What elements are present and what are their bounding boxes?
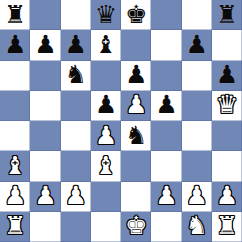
square-b2[interactable]: ♟ <box>30 182 60 212</box>
square-a4[interactable] <box>0 121 30 151</box>
square-a1[interactable]: ♜ <box>0 212 30 242</box>
square-b5[interactable] <box>30 91 60 121</box>
black-pawn[interactable]: ♟ <box>155 92 177 117</box>
white-rook[interactable]: ♜ <box>216 213 238 238</box>
square-d4[interactable]: ♟ <box>91 121 121 151</box>
square-f3[interactable] <box>151 151 181 181</box>
black-king[interactable]: ♚ <box>125 2 147 27</box>
square-c6[interactable]: ♞ <box>61 61 91 91</box>
square-f1[interactable] <box>151 212 181 242</box>
square-b3[interactable] <box>30 151 60 181</box>
square-g4[interactable] <box>182 121 212 151</box>
white-pawn[interactable]: ♟ <box>216 183 238 208</box>
square-d2[interactable] <box>91 182 121 212</box>
square-c1[interactable] <box>61 212 91 242</box>
square-e3[interactable] <box>121 151 151 181</box>
black-pawn[interactable]: ♟ <box>125 62 147 87</box>
square-h6[interactable]: ♟ <box>212 61 242 91</box>
square-e5[interactable]: ♟ <box>121 91 151 121</box>
square-e1[interactable]: ♚ <box>121 212 151 242</box>
white-pawn[interactable]: ♟ <box>64 183 86 208</box>
square-b7[interactable]: ♟ <box>30 30 60 60</box>
black-knight[interactable]: ♞ <box>125 123 147 148</box>
square-c3[interactable] <box>61 151 91 181</box>
white-rook[interactable]: ♜ <box>4 213 26 238</box>
white-queen[interactable]: ♛ <box>216 92 238 117</box>
square-g1[interactable]: ♞ <box>182 212 212 242</box>
black-pawn[interactable]: ♟ <box>34 32 56 57</box>
square-g6[interactable] <box>182 61 212 91</box>
black-pawn[interactable]: ♟ <box>185 32 207 57</box>
square-d6[interactable] <box>91 61 121 91</box>
chess-board: ♜♛♚♜♟♟♟♝♟♞♟♟♟♟♟♛♟♞♝♝♟♟♟♟♟♟♜♚♞♜ <box>0 0 242 242</box>
square-f6[interactable] <box>151 61 181 91</box>
white-bishop[interactable]: ♝ <box>4 153 26 178</box>
square-f4[interactable] <box>151 121 181 151</box>
square-f2[interactable]: ♟ <box>151 182 181 212</box>
black-pawn[interactable]: ♟ <box>64 32 86 57</box>
white-pawn[interactable]: ♟ <box>34 183 56 208</box>
white-knight[interactable]: ♞ <box>185 213 207 238</box>
square-h4[interactable] <box>212 121 242 151</box>
black-rook[interactable]: ♜ <box>216 2 238 27</box>
white-pawn[interactable]: ♟ <box>95 123 117 148</box>
white-bishop[interactable]: ♝ <box>95 153 117 178</box>
square-c4[interactable] <box>61 121 91 151</box>
square-d5[interactable]: ♟ <box>91 91 121 121</box>
square-e8[interactable]: ♚ <box>121 0 151 30</box>
square-e6[interactable]: ♟ <box>121 61 151 91</box>
square-d8[interactable]: ♛ <box>91 0 121 30</box>
square-e4[interactable]: ♞ <box>121 121 151 151</box>
square-a5[interactable] <box>0 91 30 121</box>
black-knight[interactable]: ♞ <box>64 62 86 87</box>
square-b4[interactable] <box>30 121 60 151</box>
white-pawn[interactable]: ♟ <box>125 92 147 117</box>
square-g7[interactable]: ♟ <box>182 30 212 60</box>
square-h3[interactable] <box>212 151 242 181</box>
square-e7[interactable] <box>121 30 151 60</box>
square-e2[interactable] <box>121 182 151 212</box>
black-rook[interactable]: ♜ <box>4 2 26 27</box>
square-c8[interactable] <box>61 0 91 30</box>
white-pawn[interactable]: ♟ <box>155 183 177 208</box>
square-h7[interactable] <box>212 30 242 60</box>
square-b6[interactable] <box>30 61 60 91</box>
square-a3[interactable]: ♝ <box>0 151 30 181</box>
black-bishop[interactable]: ♝ <box>95 32 117 57</box>
square-g5[interactable] <box>182 91 212 121</box>
black-pawn[interactable]: ♟ <box>216 62 238 87</box>
square-b1[interactable] <box>30 212 60 242</box>
white-king[interactable]: ♚ <box>125 213 147 238</box>
square-a6[interactable] <box>0 61 30 91</box>
black-queen[interactable]: ♛ <box>95 2 117 27</box>
square-f7[interactable] <box>151 30 181 60</box>
square-g8[interactable] <box>182 0 212 30</box>
square-g3[interactable] <box>182 151 212 181</box>
square-h2[interactable]: ♟ <box>212 182 242 212</box>
square-c7[interactable]: ♟ <box>61 30 91 60</box>
square-c5[interactable] <box>61 91 91 121</box>
white-pawn[interactable]: ♟ <box>185 183 207 208</box>
square-d3[interactable]: ♝ <box>91 151 121 181</box>
white-pawn[interactable]: ♟ <box>4 183 26 208</box>
square-a7[interactable]: ♟ <box>0 30 30 60</box>
square-g2[interactable]: ♟ <box>182 182 212 212</box>
square-c2[interactable]: ♟ <box>61 182 91 212</box>
square-d7[interactable]: ♝ <box>91 30 121 60</box>
square-h5[interactable]: ♛ <box>212 91 242 121</box>
square-a2[interactable]: ♟ <box>0 182 30 212</box>
square-b8[interactable] <box>30 0 60 30</box>
square-h1[interactable]: ♜ <box>212 212 242 242</box>
black-pawn[interactable]: ♟ <box>95 92 117 117</box>
square-a8[interactable]: ♜ <box>0 0 30 30</box>
square-f8[interactable] <box>151 0 181 30</box>
square-h8[interactable]: ♜ <box>212 0 242 30</box>
black-pawn[interactable]: ♟ <box>4 32 26 57</box>
square-f5[interactable]: ♟ <box>151 91 181 121</box>
square-d1[interactable] <box>91 212 121 242</box>
